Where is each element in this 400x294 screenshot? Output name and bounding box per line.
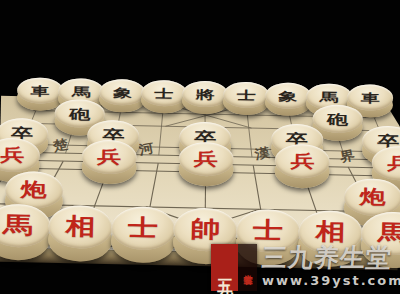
seal-text-side: 養生堂 <box>238 244 257 291</box>
piece-glyph: 相 <box>65 215 95 239</box>
piece-glyph: 車 <box>361 91 380 103</box>
piece-glyph: 士 <box>154 87 173 99</box>
piece-red-horse[interactable]: 馬 <box>0 203 50 260</box>
piece-glyph: 兵 <box>97 148 121 166</box>
piece-red-soldier[interactable]: 兵 <box>178 142 234 187</box>
watermark: 三九 養生堂 三九养生堂 www.39yst.com <box>211 244 400 294</box>
seal-text-main: 三九 <box>211 244 238 291</box>
piece-glyph: 象 <box>278 90 297 102</box>
photo-stage: 楚河漢界 車馬象士將士象馬車砲砲卒卒卒卒卒兵兵兵兵兵炮炮車馬相士帥士相馬車 三九… <box>0 0 400 294</box>
piece-red-soldier[interactable]: 兵 <box>81 140 137 185</box>
piece-glyph: 兵 <box>290 152 314 170</box>
watermark-url: www.39yst.com <box>262 273 400 288</box>
piece-glyph: 將 <box>196 88 215 100</box>
piece-face: 將 <box>182 81 229 108</box>
piece-glyph: 兵 <box>387 154 400 172</box>
piece-black-advisor[interactable]: 士 <box>223 81 270 115</box>
piece-glyph: 士 <box>253 219 283 243</box>
piece-glyph: 士 <box>237 89 256 101</box>
piece-glyph: 馬 <box>319 91 338 103</box>
piece-black-general[interactable]: 將 <box>182 81 229 115</box>
piece-red-elephant[interactable]: 相 <box>48 204 113 261</box>
piece-glyph: 兵 <box>194 150 218 168</box>
piece-black-elephant[interactable]: 象 <box>264 82 311 116</box>
piece-glyph: 兵 <box>0 146 24 164</box>
piece-red-advisor[interactable]: 士 <box>110 206 175 263</box>
piece-black-elephant[interactable]: 象 <box>99 79 146 113</box>
piece-face: 士 <box>110 206 175 250</box>
piece-glyph: 馬 <box>3 213 33 237</box>
piece-glyph: 帥 <box>190 217 220 241</box>
piece-black-advisor[interactable]: 士 <box>140 80 187 114</box>
watermark-brand: 三九养生堂 <box>261 244 400 272</box>
piece-glyph: 馬 <box>72 85 91 97</box>
piece-glyph: 馬 <box>378 221 400 245</box>
watermark-text-block: 三九养生堂 www.39yst.com <box>262 244 400 288</box>
seal-logo: 三九 養生堂 <box>211 244 257 291</box>
piece-glyph: 炮 <box>20 180 46 200</box>
piece-glyph: 相 <box>315 220 345 244</box>
piece-glyph: 象 <box>113 86 132 98</box>
piece-glyph: 砲 <box>327 112 348 126</box>
piece-glyph: 車 <box>30 85 49 97</box>
piece-glyph: 炮 <box>359 187 385 207</box>
piece-red-soldier[interactable]: 兵 <box>275 144 331 189</box>
piece-glyph: 士 <box>128 216 158 240</box>
piece-face: 相 <box>48 204 113 248</box>
